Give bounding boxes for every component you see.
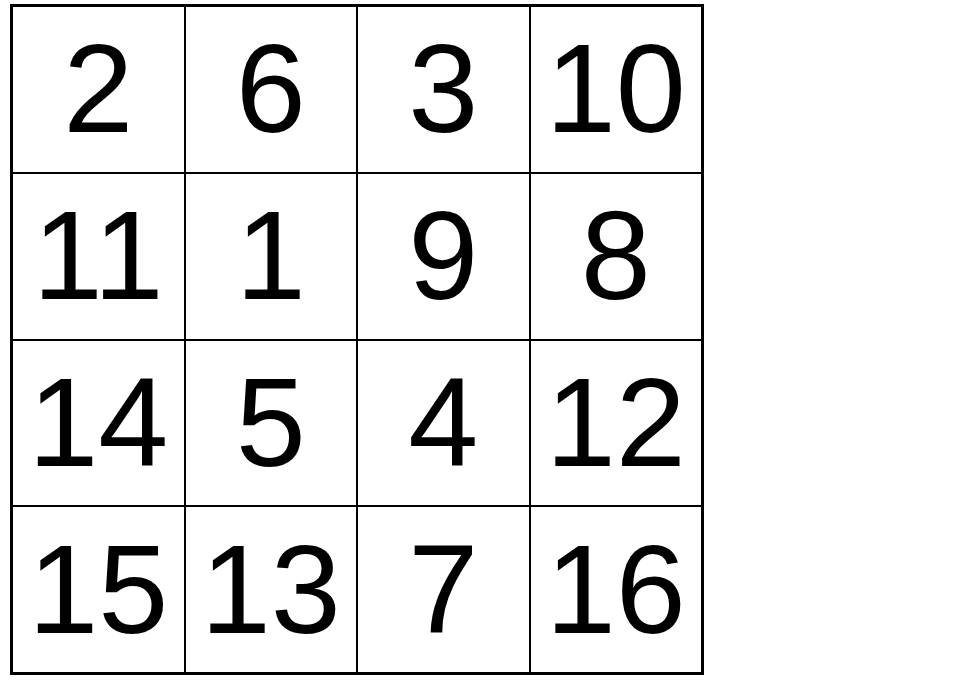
grid-cell-r1c2[interactable]: 6: [185, 6, 358, 173]
grid-cell-r3c2[interactable]: 5: [185, 340, 358, 507]
grid-cell-r1c1[interactable]: 2: [12, 6, 185, 173]
number-grid-board: 26310111981454121513716: [10, 4, 704, 675]
grid-cell-r2c2[interactable]: 1: [185, 173, 358, 340]
grid-cell-r4c2[interactable]: 13: [185, 506, 358, 673]
grid-cell-r3c1[interactable]: 14: [12, 340, 185, 507]
grid-cell-r2c1[interactable]: 11: [12, 173, 185, 340]
grid-cell-r2c3[interactable]: 9: [357, 173, 530, 340]
grid-cell-r4c4[interactable]: 16: [530, 506, 703, 673]
grid-cell-r3c4[interactable]: 12: [530, 340, 703, 507]
grid-cell-r2c4[interactable]: 8: [530, 173, 703, 340]
grid-cell-r4c1[interactable]: 15: [12, 506, 185, 673]
grid-cell-r4c3[interactable]: 7: [357, 506, 530, 673]
page-background: 26310111981454121513716: [0, 0, 960, 686]
grid-cell-r3c3[interactable]: 4: [357, 340, 530, 507]
grid-cell-r1c3[interactable]: 3: [357, 6, 530, 173]
grid-cell-r1c4[interactable]: 10: [530, 6, 703, 173]
